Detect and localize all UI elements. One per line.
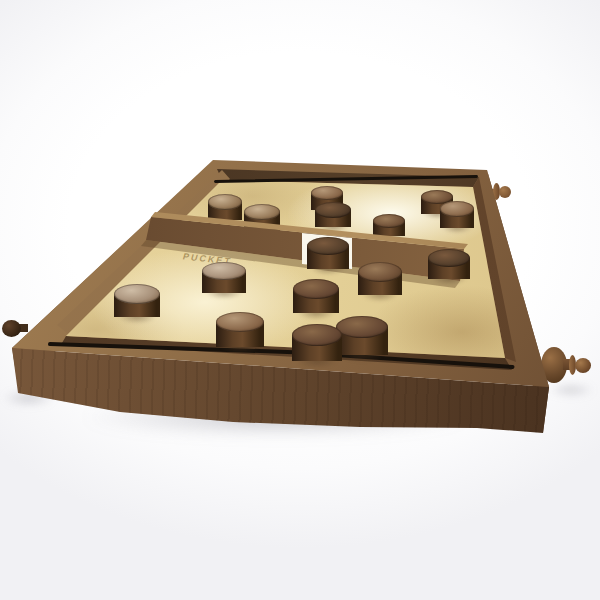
- puck-near-1: [428, 249, 470, 279]
- puck-near-8: [292, 324, 342, 361]
- puck-near-3: [202, 262, 246, 293]
- puck-far-5: [373, 214, 405, 236]
- puck-far-1: [208, 194, 242, 220]
- tension-knob-near-right: [541, 345, 593, 387]
- product-photo: PUCKET: [0, 0, 600, 600]
- puck-near-7: [336, 316, 388, 355]
- puck-far-7: [440, 201, 474, 228]
- puck-near-5: [293, 279, 339, 313]
- puck-near-6: [216, 312, 264, 347]
- puck-near-4: [114, 284, 160, 317]
- puck-far-4: [315, 202, 351, 227]
- puck-near-2: [358, 262, 402, 295]
- puck-gate-puck: [307, 237, 349, 269]
